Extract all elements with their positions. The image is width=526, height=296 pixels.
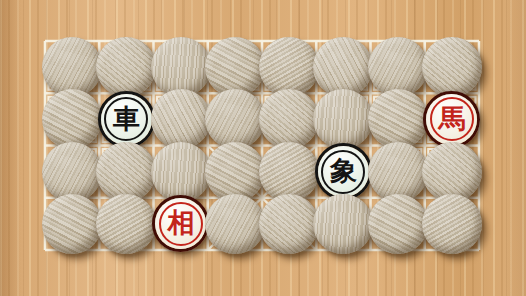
hidden-piece-r2c6[interactable]: [313, 89, 373, 149]
hidden-piece-r1c6[interactable]: [313, 37, 373, 97]
hidden-piece-r1c1[interactable]: [42, 37, 102, 97]
piece-face: 馬: [426, 94, 477, 145]
hidden-piece-r3c3[interactable]: [151, 142, 211, 202]
hidden-piece-r1c3[interactable]: [151, 37, 211, 97]
piece-red-horse[interactable]: 馬: [423, 91, 480, 148]
hidden-piece-r3c1[interactable]: [42, 142, 102, 202]
hidden-piece-r1c2[interactable]: [96, 37, 156, 97]
hidden-piece-r4c4[interactable]: [205, 194, 265, 254]
piece-black-elephant[interactable]: 象: [315, 143, 372, 200]
pieces-layer: 車馬象相: [0, 0, 526, 296]
hidden-piece-r3c5[interactable]: [259, 142, 319, 202]
piece-red-minister[interactable]: 相: [152, 195, 209, 252]
piece-glyph: 車: [113, 105, 140, 132]
piece-face: 象: [318, 146, 369, 197]
piece-face: 相: [155, 198, 206, 249]
hidden-piece-r2c4[interactable]: [205, 89, 265, 149]
hidden-piece-r4c7[interactable]: [368, 194, 428, 254]
hidden-piece-r2c1[interactable]: [42, 89, 102, 149]
hidden-piece-r4c1[interactable]: [42, 194, 102, 254]
hidden-piece-r1c5[interactable]: [259, 37, 319, 97]
hidden-piece-r4c2[interactable]: [96, 194, 156, 254]
hidden-piece-r2c7[interactable]: [368, 89, 428, 149]
hidden-piece-r1c8[interactable]: [422, 37, 482, 97]
hidden-piece-r2c3[interactable]: [151, 89, 211, 149]
hidden-piece-r2c5[interactable]: [259, 89, 319, 149]
piece-glyph: 象: [330, 157, 357, 184]
piece-glyph: 相: [167, 209, 194, 236]
piece-glyph: 馬: [438, 105, 465, 132]
hidden-piece-r3c4[interactable]: [205, 142, 265, 202]
hidden-piece-r4c8[interactable]: [422, 194, 482, 254]
hidden-piece-r4c6[interactable]: [313, 194, 373, 254]
hidden-piece-r3c7[interactable]: [368, 142, 428, 202]
piece-black-chariot[interactable]: 車: [98, 91, 155, 148]
piece-face: 車: [101, 94, 152, 145]
wooden-table: 車馬象相: [0, 0, 526, 296]
hidden-piece-r1c7[interactable]: [368, 37, 428, 97]
hidden-piece-r1c4[interactable]: [205, 37, 265, 97]
hidden-piece-r4c5[interactable]: [259, 194, 319, 254]
hidden-piece-r3c2[interactable]: [96, 142, 156, 202]
hidden-piece-r3c8[interactable]: [422, 142, 482, 202]
